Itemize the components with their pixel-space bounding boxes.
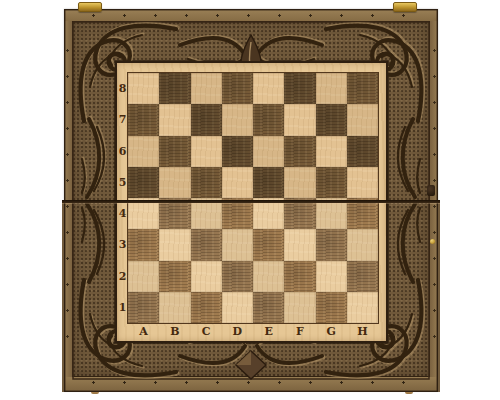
square-c6[interactable] <box>191 136 222 167</box>
square-h2[interactable] <box>347 261 378 292</box>
square-e1[interactable] <box>253 292 284 323</box>
square-b2[interactable] <box>159 261 190 292</box>
square-d2[interactable] <box>222 261 253 292</box>
rank-label-2: 2 <box>117 261 128 292</box>
square-f8[interactable] <box>284 73 315 104</box>
square-h6[interactable] <box>347 136 378 167</box>
square-c1[interactable] <box>191 292 222 323</box>
square-e2[interactable] <box>253 261 284 292</box>
square-g8[interactable] <box>316 73 347 104</box>
square-a2[interactable] <box>128 261 159 292</box>
square-d8[interactable] <box>222 73 253 104</box>
rank-label-8: 8 <box>117 73 128 104</box>
square-a6[interactable] <box>128 136 159 167</box>
square-c5[interactable] <box>191 167 222 198</box>
square-e7[interactable] <box>253 104 284 135</box>
fold-seam <box>62 200 440 203</box>
file-label-b: B <box>159 323 190 340</box>
side-latch-slot-icon <box>427 185 435 196</box>
square-d1[interactable] <box>222 292 253 323</box>
square-c3[interactable] <box>191 229 222 260</box>
file-label-h: H <box>347 323 378 340</box>
square-c8[interactable] <box>191 73 222 104</box>
square-d5[interactable] <box>222 167 253 198</box>
chess-box: 87654321 ABCDEFGH <box>64 9 438 391</box>
photo-canvas: 87654321 ABCDEFGH <box>0 0 500 400</box>
chess-board <box>128 73 378 323</box>
square-d7[interactable] <box>222 104 253 135</box>
rank-label-1: 1 <box>117 292 128 323</box>
square-f7[interactable] <box>284 104 315 135</box>
square-h8[interactable] <box>347 73 378 104</box>
square-b5[interactable] <box>159 167 190 198</box>
square-f6[interactable] <box>284 136 315 167</box>
rank-label-3: 3 <box>117 229 128 260</box>
file-label-g: G <box>316 323 347 340</box>
square-a8[interactable] <box>128 73 159 104</box>
square-g3[interactable] <box>316 229 347 260</box>
rank-label-7: 7 <box>117 104 128 135</box>
square-c2[interactable] <box>191 261 222 292</box>
square-f5[interactable] <box>284 167 315 198</box>
square-c7[interactable] <box>191 104 222 135</box>
square-b3[interactable] <box>159 229 190 260</box>
file-label-c: C <box>191 323 222 340</box>
square-b1[interactable] <box>159 292 190 323</box>
file-label-d: D <box>222 323 253 340</box>
square-b7[interactable] <box>159 104 190 135</box>
square-b6[interactable] <box>159 136 190 167</box>
file-labels: ABCDEFGH <box>128 323 378 340</box>
square-g6[interactable] <box>316 136 347 167</box>
file-label-f: F <box>284 323 315 340</box>
nail-dots-bottom <box>92 381 410 384</box>
square-f2[interactable] <box>284 261 315 292</box>
square-b8[interactable] <box>159 73 190 104</box>
side-latch-pin-icon <box>430 239 435 244</box>
square-f3[interactable] <box>284 229 315 260</box>
rank-labels: 87654321 <box>117 73 128 323</box>
square-h5[interactable] <box>347 167 378 198</box>
nail-dots-top <box>92 14 410 17</box>
hinge-left-icon <box>78 2 102 12</box>
square-e8[interactable] <box>253 73 284 104</box>
square-g2[interactable] <box>316 261 347 292</box>
hinge-right-icon <box>393 2 417 12</box>
square-d3[interactable] <box>222 229 253 260</box>
square-h3[interactable] <box>347 229 378 260</box>
square-d6[interactable] <box>222 136 253 167</box>
square-a7[interactable] <box>128 104 159 135</box>
file-label-e: E <box>253 323 284 340</box>
rank-label-6: 6 <box>117 136 128 167</box>
rank-label-5: 5 <box>117 167 128 198</box>
square-h1[interactable] <box>347 292 378 323</box>
square-h7[interactable] <box>347 104 378 135</box>
square-a5[interactable] <box>128 167 159 198</box>
square-a3[interactable] <box>128 229 159 260</box>
file-label-a: A <box>128 323 159 340</box>
square-g5[interactable] <box>316 167 347 198</box>
square-g7[interactable] <box>316 104 347 135</box>
square-f1[interactable] <box>284 292 315 323</box>
square-e6[interactable] <box>253 136 284 167</box>
square-g1[interactable] <box>316 292 347 323</box>
square-e3[interactable] <box>253 229 284 260</box>
square-a1[interactable] <box>128 292 159 323</box>
square-e5[interactable] <box>253 167 284 198</box>
